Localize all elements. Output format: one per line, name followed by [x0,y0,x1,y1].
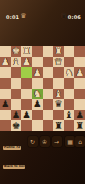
board-square[interactable] [43,57,54,68]
white-knight-piece: ♞ [33,89,42,99]
board-square[interactable] [0,110,11,121]
board-square[interactable] [43,120,54,131]
board-square[interactable] [32,57,43,68]
board-square[interactable] [53,78,64,89]
board-square[interactable] [32,78,43,89]
board-square[interactable] [64,120,75,131]
board-square[interactable] [32,120,43,131]
board-square[interactable] [21,89,32,100]
white-king-piece: ♚ [12,46,21,56]
board-square[interactable]: ♟ [74,67,85,78]
next-button[interactable]: → [52,136,62,147]
white-rook-piece: ♜ [54,46,63,56]
hint-piece-icon: ♔ [42,139,47,145]
board-square[interactable] [21,99,32,110]
white-bishop-piece: ♝ [12,57,21,67]
white-pawn-piece: ♟ [1,57,10,67]
board-square[interactable]: ♛ [53,99,64,110]
board-square[interactable] [11,89,22,100]
board-square[interactable] [21,78,32,89]
puzzle-status-line2: Black to move [3,165,25,169]
board-square[interactable]: ♝ [53,89,64,100]
board-square[interactable] [74,57,85,68]
board-square[interactable]: ♝ [64,110,75,121]
board-square[interactable] [21,67,32,78]
board-square[interactable] [74,89,85,100]
arrow-right-icon: → [54,139,59,145]
clock-row: 0:01 ♛ ♛ 0:06 [0,13,85,25]
chess-app-screen: 0:01 ♛ ♛ 0:06 ♚♜♜♟♝♟♛♟♞♟♞♝♟♟♛♟♟♝♟♚♜♜ Puz… [0,0,85,184]
board-square[interactable]: ♚ [11,120,22,131]
board-square[interactable] [0,120,11,131]
board-square[interactable] [0,67,11,78]
black-pawn-piece: ♟ [33,99,42,109]
board-square[interactable]: ♟ [32,99,43,110]
chess-board[interactable]: ♚♜♜♟♝♟♛♟♞♟♞♝♟♟♛♟♟♝♟♚♜♜ [0,46,85,131]
board-square[interactable]: ♟ [0,57,11,68]
black-queen-icon: ♛ [60,13,66,20]
white-clock-time: 0:01 [6,14,19,20]
board-square[interactable] [43,78,54,89]
white-bishop-piece: ♝ [54,89,63,99]
board-square[interactable]: ♜ [53,120,64,131]
board-square[interactable] [74,78,85,89]
white-rook-piece: ♜ [22,46,31,56]
board-square[interactable]: ♟ [32,67,43,78]
black-rook-piece: ♜ [75,121,84,131]
board-square[interactable] [0,78,11,89]
white-pawn-piece: ♟ [33,68,42,78]
board-square[interactable] [21,120,32,131]
board-square[interactable]: ♜ [21,46,32,57]
board-square[interactable] [32,46,43,57]
board-square[interactable]: ♞ [32,89,43,100]
black-bishop-piece: ♝ [65,110,74,120]
flip-board-icon: ↻ [30,139,35,145]
black-clock-time: 0:06 [68,14,81,20]
board-square[interactable] [53,110,64,121]
board-square[interactable] [11,67,22,78]
puzzle-status-line1: Puzzle 72 [3,146,21,150]
home-button[interactable]: ⌂ [75,136,85,147]
board-square[interactable] [64,78,75,89]
board-square[interactable] [43,110,54,121]
board-square[interactable]: ♟ [0,99,11,110]
board-square[interactable] [53,67,64,78]
board-square[interactable] [64,99,75,110]
board-square[interactable] [64,46,75,57]
board-square[interactable]: ♝ [11,57,22,68]
black-pawn-piece: ♟ [1,99,10,109]
board-square[interactable] [11,99,22,110]
black-pawn-piece: ♟ [12,110,21,120]
black-pawn-piece: ♟ [22,110,31,120]
white-knight-piece: ♞ [65,68,74,78]
board-square[interactable]: ♟ [21,110,32,121]
white-queen-piece: ♛ [54,57,63,67]
board-square[interactable] [43,67,54,78]
black-pawn-piece: ♟ [75,110,84,120]
puzzle-status: Puzzle 72 Black to move [3,136,25,174]
board-square[interactable] [0,46,11,57]
white-pawn-piece: ♟ [22,57,31,67]
board-square[interactable] [32,110,43,121]
flip-board-button[interactable]: ↻ [28,136,38,147]
board-square[interactable]: ♚ [11,46,22,57]
board-grid-button[interactable]: ▦ [65,136,75,147]
black-king-piece: ♚ [12,121,21,131]
board-square[interactable] [64,57,75,68]
board-square[interactable]: ♞ [64,67,75,78]
white-pawn-piece: ♟ [75,68,84,78]
home-icon: ⌂ [78,139,82,145]
board-square[interactable]: ♟ [11,110,22,121]
board-square[interactable] [43,99,54,110]
board-square[interactable]: ♜ [53,46,64,57]
board-square[interactable] [74,99,85,110]
black-clock: ♛ 0:06 [60,13,81,20]
hint-button[interactable]: ♔ [40,136,50,147]
board-square[interactable]: ♟ [21,57,32,68]
board-square[interactable] [0,89,11,100]
grid-icon: ▦ [67,139,73,145]
board-square[interactable]: ♜ [74,120,85,131]
white-queen-icon: ♛ [20,13,26,20]
board-square[interactable] [74,46,85,57]
board-square[interactable] [64,89,75,100]
board-square[interactable] [43,89,54,100]
board-square[interactable] [11,78,22,89]
black-queen-piece: ♛ [54,99,63,109]
board-square[interactable]: ♟ [74,110,85,121]
board-square[interactable] [43,46,54,57]
white-clock: 0:01 ♛ [6,13,27,20]
board-square[interactable]: ♛ [53,57,64,68]
black-rook-piece: ♜ [54,121,63,131]
